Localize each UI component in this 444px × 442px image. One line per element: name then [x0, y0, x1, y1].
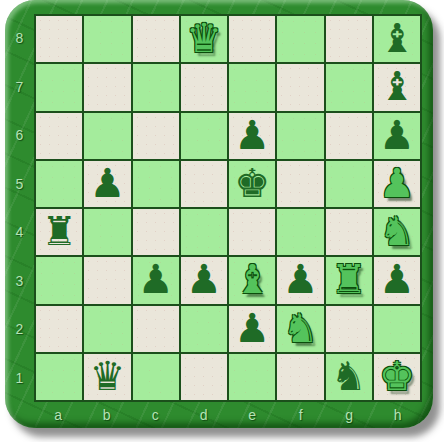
square-a6[interactable]	[36, 113, 82, 159]
square-b3[interactable]	[84, 257, 130, 303]
rank-label-2: 2	[5, 305, 34, 354]
file-label-h: h	[374, 402, 423, 427]
square-d5[interactable]	[181, 161, 227, 207]
piece-black-pawn[interactable]: ♟	[282, 259, 318, 299]
square-d1[interactable]	[181, 354, 227, 400]
square-c7[interactable]	[133, 64, 179, 110]
square-g1[interactable]: ♞	[326, 354, 372, 400]
square-h8[interactable]: ♝	[374, 16, 420, 62]
square-a5[interactable]	[36, 161, 82, 207]
square-a2[interactable]	[36, 306, 82, 352]
square-h7[interactable]: ♝	[374, 64, 420, 110]
square-b4[interactable]	[84, 209, 130, 255]
square-c5[interactable]	[133, 161, 179, 207]
file-label-d: d	[180, 402, 229, 427]
square-c8[interactable]	[133, 16, 179, 62]
square-g5[interactable]	[326, 161, 372, 207]
square-c3[interactable]: ♟	[133, 257, 179, 303]
square-h3[interactable]: ♟	[374, 257, 420, 303]
square-g2[interactable]	[326, 306, 372, 352]
rank-label-6: 6	[5, 111, 34, 160]
square-f6[interactable]	[277, 113, 323, 159]
square-c2[interactable]	[133, 306, 179, 352]
square-f4[interactable]	[277, 209, 323, 255]
square-d4[interactable]	[181, 209, 227, 255]
square-b8[interactable]	[84, 16, 130, 62]
piece-white-bishop[interactable]: ♝	[234, 259, 270, 299]
square-f5[interactable]	[277, 161, 323, 207]
file-label-a: a	[34, 402, 83, 427]
square-f3[interactable]: ♟	[277, 257, 323, 303]
square-g8[interactable]	[326, 16, 372, 62]
piece-white-knight[interactable]: ♞	[379, 211, 415, 251]
piece-black-queen[interactable]: ♛	[89, 356, 125, 396]
rank-label-3: 3	[5, 257, 34, 306]
square-a7[interactable]	[36, 64, 82, 110]
square-f1[interactable]	[277, 354, 323, 400]
file-label-c: c	[131, 402, 180, 427]
square-g3[interactable]: ♜	[326, 257, 372, 303]
rank-label-1: 1	[5, 354, 34, 403]
piece-black-bishop[interactable]: ♝	[379, 66, 415, 106]
piece-black-pawn[interactable]: ♟	[89, 163, 125, 203]
piece-black-pawn[interactable]: ♟	[379, 259, 415, 299]
square-d2[interactable]	[181, 306, 227, 352]
rank-label-8: 8	[5, 14, 34, 63]
square-c4[interactable]	[133, 209, 179, 255]
piece-black-knight[interactable]: ♞	[331, 356, 367, 396]
piece-black-pawn[interactable]: ♟	[234, 308, 270, 348]
piece-black-pawn[interactable]: ♟	[186, 259, 222, 299]
square-h2[interactable]	[374, 306, 420, 352]
square-a4[interactable]: ♜	[36, 209, 82, 255]
square-f8[interactable]	[277, 16, 323, 62]
piece-black-rook[interactable]: ♜	[41, 211, 77, 251]
square-a8[interactable]	[36, 16, 82, 62]
square-b2[interactable]	[84, 306, 130, 352]
piece-black-bishop[interactable]: ♝	[379, 18, 415, 58]
square-e4[interactable]	[229, 209, 275, 255]
square-b1[interactable]: ♛	[84, 354, 130, 400]
square-h1[interactable]: ♚	[374, 354, 420, 400]
square-d3[interactable]: ♟	[181, 257, 227, 303]
piece-white-rook[interactable]: ♜	[331, 259, 367, 299]
square-e1[interactable]	[229, 354, 275, 400]
square-b5[interactable]: ♟	[84, 161, 130, 207]
piece-white-queen[interactable]: ♛	[186, 18, 222, 58]
chess-board: ♛♝♝♟♟♟♚♟♜♞♟♟♝♟♜♟♟♞♛♞♚	[34, 14, 422, 402]
file-labels: abcdefgh	[34, 402, 422, 427]
rank-labels: 87654321	[5, 14, 34, 402]
square-e8[interactable]	[229, 16, 275, 62]
square-a1[interactable]	[36, 354, 82, 400]
square-b7[interactable]	[84, 64, 130, 110]
square-e2[interactable]: ♟	[229, 306, 275, 352]
square-d8[interactable]: ♛	[181, 16, 227, 62]
rank-label-5: 5	[5, 160, 34, 209]
piece-black-pawn[interactable]: ♟	[379, 115, 415, 155]
piece-white-pawn[interactable]: ♟	[379, 163, 415, 203]
square-c1[interactable]	[133, 354, 179, 400]
piece-black-pawn[interactable]: ♟	[234, 115, 270, 155]
square-g6[interactable]	[326, 113, 372, 159]
square-a3[interactable]	[36, 257, 82, 303]
square-b6[interactable]	[84, 113, 130, 159]
square-e7[interactable]	[229, 64, 275, 110]
square-f2[interactable]: ♞	[277, 306, 323, 352]
square-e6[interactable]: ♟	[229, 113, 275, 159]
square-h5[interactable]: ♟	[374, 161, 420, 207]
square-g7[interactable]	[326, 64, 372, 110]
file-label-b: b	[83, 402, 132, 427]
chess-app-window: 87654321 abcdefgh ♛♝♝♟♟♟♚♟♜♞♟♟♝♟♜♟♟♞♛♞♚	[0, 0, 444, 442]
square-h4[interactable]: ♞	[374, 209, 420, 255]
square-e5[interactable]: ♚	[229, 161, 275, 207]
piece-black-pawn[interactable]: ♟	[138, 259, 174, 299]
file-label-f: f	[277, 402, 326, 427]
square-c6[interactable]	[133, 113, 179, 159]
file-label-e: e	[228, 402, 277, 427]
piece-black-king[interactable]: ♚	[234, 163, 270, 203]
square-h6[interactable]: ♟	[374, 113, 420, 159]
piece-white-king[interactable]: ♚	[379, 356, 415, 396]
square-f7[interactable]	[277, 64, 323, 110]
file-label-g: g	[325, 402, 374, 427]
piece-white-knight[interactable]: ♞	[282, 308, 318, 348]
rank-label-7: 7	[5, 63, 34, 112]
square-d6[interactable]	[181, 113, 227, 159]
square-d7[interactable]	[181, 64, 227, 110]
square-e3[interactable]: ♝	[229, 257, 275, 303]
square-g4[interactable]	[326, 209, 372, 255]
rank-label-4: 4	[5, 208, 34, 257]
